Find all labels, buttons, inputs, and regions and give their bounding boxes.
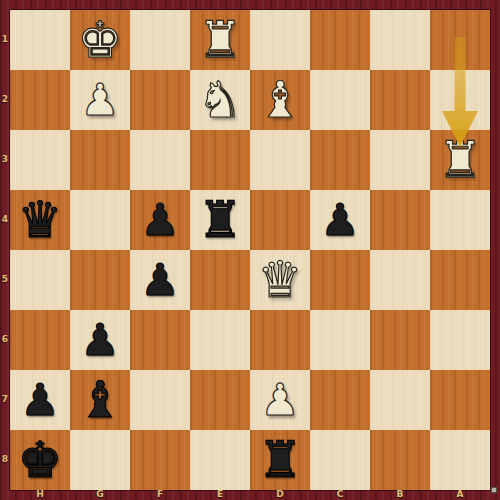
square-e4[interactable]: ♜ <box>190 190 250 250</box>
square-b3[interactable] <box>370 130 430 190</box>
square-h7[interactable]: ♟ <box>10 370 70 430</box>
file-label-g: G <box>70 489 130 500</box>
square-e5[interactable] <box>190 250 250 310</box>
square-g7[interactable]: ♝ <box>70 370 130 430</box>
corner-marker-dot <box>491 487 497 493</box>
file-label-a: A <box>430 489 490 500</box>
square-a3[interactable]: ♜ <box>430 130 490 190</box>
square-b6[interactable] <box>370 310 430 370</box>
square-g3[interactable] <box>70 130 130 190</box>
square-f5[interactable]: ♟ <box>130 250 190 310</box>
square-a8[interactable] <box>430 430 490 490</box>
black-pawn[interactable]: ♟ <box>80 310 119 370</box>
square-g8[interactable] <box>70 430 130 490</box>
black-rook[interactable]: ♜ <box>258 430 303 490</box>
square-h2[interactable] <box>10 70 70 130</box>
square-f8[interactable] <box>130 430 190 490</box>
square-f6[interactable] <box>130 310 190 370</box>
square-a7[interactable] <box>430 370 490 430</box>
file-label-h: H <box>10 489 70 500</box>
square-a2[interactable] <box>430 70 490 130</box>
rank-label-7: 7 <box>0 394 10 404</box>
square-c4[interactable]: ♟ <box>310 190 370 250</box>
square-d6[interactable] <box>250 310 310 370</box>
square-h6[interactable] <box>10 310 70 370</box>
square-g6[interactable]: ♟ <box>70 310 130 370</box>
square-b4[interactable] <box>370 190 430 250</box>
square-e3[interactable] <box>190 130 250 190</box>
black-pawn[interactable]: ♟ <box>140 250 179 310</box>
file-label-e: E <box>190 489 250 500</box>
file-label-b: B <box>370 489 430 500</box>
white-queen[interactable]: ♛ <box>258 250 303 310</box>
square-c1[interactable] <box>310 10 370 70</box>
square-e6[interactable] <box>190 310 250 370</box>
square-a5[interactable] <box>430 250 490 310</box>
square-c2[interactable] <box>310 70 370 130</box>
square-f7[interactable] <box>130 370 190 430</box>
square-e8[interactable] <box>190 430 250 490</box>
square-c8[interactable] <box>310 430 370 490</box>
square-a4[interactable] <box>430 190 490 250</box>
square-a1[interactable] <box>430 10 490 70</box>
black-queen[interactable]: ♛ <box>18 190 63 250</box>
rank-label-2: 2 <box>0 94 10 104</box>
square-c3[interactable] <box>310 130 370 190</box>
square-d5[interactable]: ♛ <box>250 250 310 310</box>
square-h1[interactable] <box>10 10 70 70</box>
black-pawn[interactable]: ♟ <box>320 190 359 250</box>
square-b5[interactable] <box>370 250 430 310</box>
square-f4[interactable]: ♟ <box>130 190 190 250</box>
square-f3[interactable] <box>130 130 190 190</box>
square-d1[interactable] <box>250 10 310 70</box>
square-c7[interactable] <box>310 370 370 430</box>
square-f1[interactable] <box>130 10 190 70</box>
square-d7[interactable]: ♟ <box>250 370 310 430</box>
black-pawn[interactable]: ♟ <box>140 190 179 250</box>
board-frame: ♚♜♟♞♝♜♛♟♜♟♟♛♟♟♝♟♚♜ 12345678HGFEDCBA <box>0 0 500 500</box>
white-pawn[interactable]: ♟ <box>80 70 119 130</box>
white-rook[interactable]: ♜ <box>438 130 483 190</box>
square-h4[interactable]: ♛ <box>10 190 70 250</box>
white-king[interactable]: ♚ <box>78 10 123 70</box>
square-a6[interactable] <box>430 310 490 370</box>
square-e1[interactable]: ♜ <box>190 10 250 70</box>
rank-label-6: 6 <box>0 334 10 344</box>
square-c6[interactable] <box>310 310 370 370</box>
rank-label-8: 8 <box>0 454 10 464</box>
square-g5[interactable] <box>70 250 130 310</box>
square-d4[interactable] <box>250 190 310 250</box>
square-h8[interactable]: ♚ <box>10 430 70 490</box>
black-rook[interactable]: ♜ <box>198 190 243 250</box>
square-b2[interactable] <box>370 70 430 130</box>
white-bishop[interactable]: ♝ <box>258 70 303 130</box>
rank-label-5: 5 <box>0 274 10 284</box>
square-h3[interactable] <box>10 130 70 190</box>
white-knight[interactable]: ♞ <box>198 70 243 130</box>
square-c5[interactable] <box>310 250 370 310</box>
square-f2[interactable] <box>130 70 190 130</box>
square-d8[interactable]: ♜ <box>250 430 310 490</box>
square-b1[interactable] <box>370 10 430 70</box>
rank-label-3: 3 <box>0 154 10 164</box>
black-bishop[interactable]: ♝ <box>78 370 123 430</box>
white-pawn[interactable]: ♟ <box>260 370 299 430</box>
square-b7[interactable] <box>370 370 430 430</box>
chess-board: ♚♜♟♞♝♜♛♟♜♟♟♛♟♟♝♟♚♜ <box>10 10 490 490</box>
square-d2[interactable]: ♝ <box>250 70 310 130</box>
black-pawn[interactable]: ♟ <box>20 370 59 430</box>
square-e7[interactable] <box>190 370 250 430</box>
square-e2[interactable]: ♞ <box>190 70 250 130</box>
square-g2[interactable]: ♟ <box>70 70 130 130</box>
rank-label-1: 1 <box>0 34 10 44</box>
file-label-f: F <box>130 489 190 500</box>
square-g1[interactable]: ♚ <box>70 10 130 70</box>
square-d3[interactable] <box>250 130 310 190</box>
rank-label-4: 4 <box>0 214 10 224</box>
square-g4[interactable] <box>70 190 130 250</box>
white-rook[interactable]: ♜ <box>198 10 243 70</box>
black-king[interactable]: ♚ <box>18 430 63 490</box>
file-label-d: D <box>250 489 310 500</box>
square-h5[interactable] <box>10 250 70 310</box>
square-b8[interactable] <box>370 430 430 490</box>
file-label-c: C <box>310 489 370 500</box>
